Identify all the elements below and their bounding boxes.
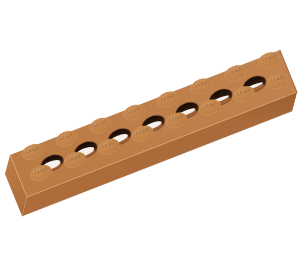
product-image: LEGOLEGOLEGOLEGOLEGOLEGOLEGOLEGOLEGOLEGO…: [0, 0, 300, 265]
lego-plate-2x8-render: LEGOLEGOLEGOLEGOLEGOLEGOLEGOLEGOLEGOLEGO…: [0, 0, 300, 265]
